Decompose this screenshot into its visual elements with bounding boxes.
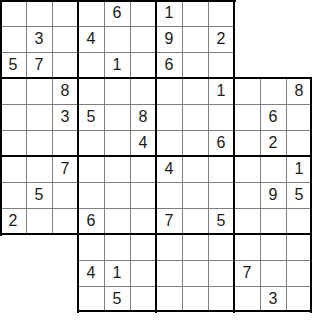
cell-r7c3-given[interactable]: 7 [52,156,78,182]
cell-r2c6[interactable] [130,26,156,52]
cell-r9c1-given[interactable]: 2 [0,208,26,234]
cell-r9c12[interactable] [286,208,312,234]
cell-r8c1[interactable] [0,182,26,208]
cell-r8c12-given[interactable]: 5 [286,182,312,208]
cell-r12c4[interactable] [78,286,104,312]
cell-r3c5-given[interactable]: 1 [104,52,130,78]
cell-r9c5[interactable] [104,208,130,234]
cell-r1c4[interactable] [78,0,104,26]
cell-r7c6[interactable] [130,156,156,182]
cell-r12c7[interactable] [156,286,182,312]
cell-r10c4[interactable] [78,234,104,260]
cell-r3c4[interactable] [78,52,104,78]
cell-r7c4[interactable] [78,156,104,182]
cell-r1c1[interactable] [0,0,26,26]
cell-r11c11[interactable] [260,260,286,286]
cell-r11c6[interactable] [130,260,156,286]
cell-r6c5[interactable] [104,130,130,156]
cell-r5c3-given[interactable]: 3 [52,104,78,130]
cell-r3c8[interactable] [182,52,208,78]
cell-r1c3[interactable] [52,0,78,26]
cell-r8c3[interactable] [52,182,78,208]
cell-r5c5[interactable] [104,104,130,130]
cell-r4c3-given[interactable]: 8 [52,78,78,104]
cell-r9c10[interactable] [234,208,260,234]
cell-r3c9[interactable] [208,52,234,78]
cell-r3c3[interactable] [52,52,78,78]
cell-r5c7[interactable] [156,104,182,130]
cell-r5c1[interactable] [0,104,26,130]
cell-r2c3[interactable] [52,26,78,52]
cell-r1c7-given[interactable]: 1 [156,0,182,26]
cell-r8c11-given[interactable]: 9 [260,182,286,208]
cell-r1c9[interactable] [208,0,234,26]
cell-r9c2[interactable] [26,208,52,234]
cell-r3c1-given[interactable]: 5 [0,52,26,78]
cell-r11c4-given[interactable]: 4 [78,260,104,286]
cell-r3c2-given[interactable]: 7 [26,52,52,78]
cell-r4c4[interactable] [78,78,104,104]
cell-r4c7[interactable] [156,78,182,104]
cell-r6c3[interactable] [52,130,78,156]
cell-r5c10[interactable] [234,104,260,130]
cell-r4c10[interactable] [234,78,260,104]
cell-r11c9[interactable] [208,260,234,286]
cell-r8c6[interactable] [130,182,156,208]
cell-r6c9-given[interactable]: 6 [208,130,234,156]
cell-r10c8[interactable] [182,234,208,260]
cell-r1c5-given[interactable]: 6 [104,0,130,26]
cell-r6c1[interactable] [0,130,26,156]
cell-r4c11[interactable] [260,78,286,104]
cell-r6c8[interactable] [182,130,208,156]
cell-r5c2[interactable] [26,104,52,130]
cell-r9c7-given[interactable]: 7 [156,208,182,234]
cell-r10c10[interactable] [234,234,260,260]
cell-r6c12[interactable] [286,130,312,156]
cell-r2c9-given[interactable]: 2 [208,26,234,52]
cell-r9c3[interactable] [52,208,78,234]
cell-r7c10[interactable] [234,156,260,182]
cell-r6c7[interactable] [156,130,182,156]
cell-r5c12[interactable] [286,104,312,130]
cell-r5c11-given[interactable]: 6 [260,104,286,130]
cell-r8c4[interactable] [78,182,104,208]
cell-r9c8[interactable] [182,208,208,234]
cell-r12c5-given[interactable]: 5 [104,286,130,312]
cell-r5c4-given[interactable]: 5 [78,104,104,130]
cell-r6c10[interactable] [234,130,260,156]
cell-r12c8[interactable] [182,286,208,312]
cell-r1c6[interactable] [130,0,156,26]
cell-r6c2[interactable] [26,130,52,156]
cell-r7c7-given[interactable]: 4 [156,156,182,182]
cell-r7c1[interactable] [0,156,26,182]
cell-r11c10-given[interactable]: 7 [234,260,260,286]
cell-r12c6[interactable] [130,286,156,312]
cell-r5c6-given[interactable]: 8 [130,104,156,130]
cell-r8c2-given[interactable]: 5 [26,182,52,208]
cell-r8c9[interactable] [208,182,234,208]
cell-r2c8[interactable] [182,26,208,52]
cell-r2c5[interactable] [104,26,130,52]
cell-r10c9[interactable] [208,234,234,260]
cell-r7c5[interactable] [104,156,130,182]
cell-r12c11-given[interactable]: 3 [260,286,286,312]
cell-r8c5[interactable] [104,182,130,208]
cell-r11c12[interactable] [286,260,312,286]
cell-r4c2[interactable] [26,78,52,104]
cell-r12c12[interactable] [286,286,312,312]
cell-r2c7-given[interactable]: 9 [156,26,182,52]
cell-r4c6[interactable] [130,78,156,104]
cell-r6c4[interactable] [78,130,104,156]
cell-r8c7[interactable] [156,182,182,208]
cell-r12c9[interactable] [208,286,234,312]
cell-r2c1[interactable] [0,26,26,52]
cell-r4c8[interactable] [182,78,208,104]
cell-r3c7-given[interactable]: 6 [156,52,182,78]
cell-r10c6[interactable] [130,234,156,260]
cell-r5c8[interactable] [182,104,208,130]
cell-r8c8[interactable] [182,182,208,208]
cell-r11c5-given[interactable]: 1 [104,260,130,286]
cell-r9c11[interactable] [260,208,286,234]
cell-r9c9-given[interactable]: 5 [208,208,234,234]
cell-r6c6-given[interactable]: 4 [130,130,156,156]
cell-r4c1[interactable] [0,78,26,104]
cell-r12c10[interactable] [234,286,260,312]
cell-r11c8[interactable] [182,260,208,286]
cell-r10c11[interactable] [260,234,286,260]
cell-r10c12[interactable] [286,234,312,260]
sudoku-board: 61349257168183586462741595267541753 [0,0,312,314]
cell-r2c4-given[interactable]: 4 [78,26,104,52]
cell-r7c9[interactable] [208,156,234,182]
cell-r10c5[interactable] [104,234,130,260]
cell-r2c2-given[interactable]: 3 [26,26,52,52]
cell-r6c11-given[interactable]: 2 [260,130,286,156]
cell-r7c12-given[interactable]: 1 [286,156,312,182]
cell-r7c2[interactable] [26,156,52,182]
cell-r3c6[interactable] [130,52,156,78]
puzzle-page: 61349257168183586462741595267541753 [0,0,312,320]
cell-r4c12-given[interactable]: 8 [286,78,312,104]
cell-r7c11[interactable] [260,156,286,182]
cell-r11c7[interactable] [156,260,182,286]
cell-r7c8[interactable] [182,156,208,182]
cell-r1c8[interactable] [182,0,208,26]
cell-r8c10[interactable] [234,182,260,208]
cell-r10c7[interactable] [156,234,182,260]
cell-r9c6[interactable] [130,208,156,234]
cell-r5c9[interactable] [208,104,234,130]
cell-r9c4-given[interactable]: 6 [78,208,104,234]
cell-r1c2[interactable] [26,0,52,26]
cell-r4c9-given[interactable]: 1 [208,78,234,104]
cell-r4c5[interactable] [104,78,130,104]
